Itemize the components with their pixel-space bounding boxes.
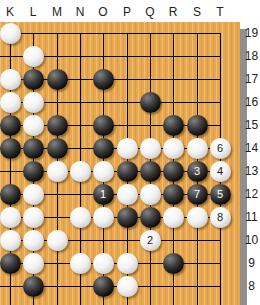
- stone-M14: [47, 138, 68, 159]
- stone-S14: [187, 138, 208, 159]
- col-label-O: O: [95, 3, 111, 21]
- stone-R15: [163, 115, 184, 136]
- stone-P14: [117, 138, 138, 159]
- stone-O17: [93, 69, 114, 90]
- col-label-M: M: [49, 3, 65, 21]
- row-label-11: 11: [243, 209, 260, 225]
- stone-L8: [23, 276, 44, 297]
- stone-O14: [93, 138, 114, 159]
- stone-M15: [47, 115, 68, 136]
- stone-O13: [93, 161, 114, 182]
- stone-S15: [187, 115, 208, 136]
- stone-N11: [70, 207, 91, 228]
- row-label-12: 12: [243, 186, 260, 202]
- stone-T11-move-8: 8: [210, 207, 231, 228]
- row-label-15: 15: [243, 117, 260, 133]
- stone-K10: [0, 230, 21, 251]
- stone-P11: [117, 207, 138, 228]
- stone-Q16: [140, 92, 161, 113]
- stone-K19: [0, 23, 21, 44]
- row-label-14: 14: [243, 140, 260, 156]
- stone-O11: [93, 207, 114, 228]
- row-label-19: 19: [243, 25, 260, 41]
- stone-K14: [0, 138, 21, 159]
- col-label-Q: Q: [142, 3, 158, 21]
- stone-P8: [117, 276, 138, 297]
- stone-L18: [23, 46, 44, 67]
- stone-R14: [163, 138, 184, 159]
- stone-L9: [23, 253, 44, 274]
- stone-K16: [0, 92, 21, 113]
- stone-L10: [23, 230, 44, 251]
- row-label-17: 17: [243, 71, 260, 87]
- stone-L16: [23, 92, 44, 113]
- stone-M13: [47, 161, 68, 182]
- stone-P13: [117, 161, 138, 182]
- stone-Q13: [140, 161, 161, 182]
- col-label-N: N: [72, 3, 88, 21]
- row-label-13: 13: [243, 163, 260, 179]
- stone-S12-move-7: 7: [187, 184, 208, 205]
- row-label-10: 10: [243, 232, 260, 248]
- stone-K11: [0, 207, 21, 228]
- stone-T12-move-5: 5: [210, 184, 231, 205]
- col-label-L: L: [25, 3, 41, 21]
- stone-R12: [163, 184, 184, 205]
- stone-K12: [0, 184, 21, 205]
- stone-L17: [23, 69, 44, 90]
- stone-T13-move-4: 4: [210, 161, 231, 182]
- stone-R13: [163, 161, 184, 182]
- stone-Q11: [140, 207, 161, 228]
- stone-L14: [23, 138, 44, 159]
- stone-N13: [70, 161, 91, 182]
- col-label-K: K: [2, 3, 18, 21]
- stone-T14-move-6: 6: [210, 138, 231, 159]
- stone-K9: [0, 253, 21, 274]
- col-label-T: T: [212, 3, 228, 21]
- stone-Q12: [140, 184, 161, 205]
- go-board[interactable]: 63417582: [0, 22, 240, 305]
- stone-O8: [93, 276, 114, 297]
- row-label-18: 18: [243, 48, 260, 64]
- stone-L15: [23, 115, 44, 136]
- row-label-8: 8: [243, 278, 260, 294]
- stone-P9: [117, 253, 138, 274]
- stone-O15: [93, 115, 114, 136]
- stone-R11: [163, 207, 184, 228]
- col-label-S: S: [189, 3, 205, 21]
- stone-M17: [47, 69, 68, 90]
- stone-Q14: [140, 138, 161, 159]
- stone-L13: [23, 161, 44, 182]
- col-label-R: R: [165, 3, 181, 21]
- stone-L11: [23, 207, 44, 228]
- col-label-P: P: [119, 3, 135, 21]
- stone-N9: [70, 253, 91, 274]
- stone-O12-move-1: 1: [93, 184, 114, 205]
- stone-R9: [163, 253, 184, 274]
- stone-K17: [0, 69, 21, 90]
- stone-Q10-move-2: 2: [140, 230, 161, 251]
- row-label-9: 9: [243, 255, 260, 271]
- stone-K15: [0, 115, 21, 136]
- row-label-16: 16: [243, 94, 260, 110]
- stone-P12: [117, 184, 138, 205]
- stone-S11: [187, 207, 208, 228]
- stone-L12: [23, 184, 44, 205]
- go-diagram: KLMNOPQRST 63417582 19181716151413121110…: [0, 0, 260, 305]
- stone-O9: [93, 253, 114, 274]
- grid-line-row-19: [0, 33, 221, 34]
- stone-S13-move-3: 3: [187, 161, 208, 182]
- stone-M10: [47, 230, 68, 251]
